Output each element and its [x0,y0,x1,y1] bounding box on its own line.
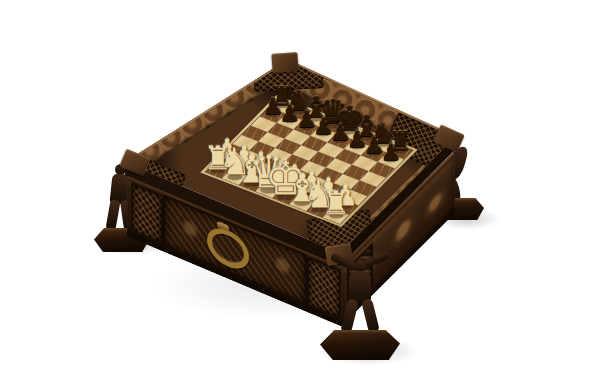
piece-white-rook-h1[interactable]: ♜ [322,187,351,219]
piece-black-pawn-h7[interactable]: ♟ [381,141,402,164]
leg-leg [361,298,380,334]
leg-leg [340,298,359,334]
product-photo: ♜♞♝♛♚♝♞♜♟♟♟♟♟♟♟♟♟♟♟♟♟♟♟♟♜♞♝♛♚♝♞♜ [0,0,600,380]
pieces-layer: ♜♞♝♛♚♝♞♜♟♟♟♟♟♟♟♟♟♟♟♟♟♟♟♟♜♞♝♛♚♝♞♜ [0,0,600,380]
table-leg-front-atlas [318,252,402,362]
leg-base [320,330,400,360]
